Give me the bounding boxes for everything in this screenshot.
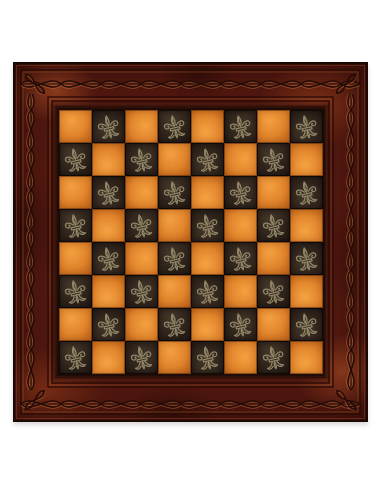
square-b6[interactable] bbox=[92, 176, 125, 209]
square-d3[interactable] bbox=[158, 275, 191, 308]
fleur-de-lis-icon bbox=[59, 275, 91, 307]
square-d6[interactable] bbox=[158, 176, 191, 209]
square-b4[interactable] bbox=[92, 242, 125, 275]
square-b1[interactable] bbox=[92, 341, 125, 374]
square-a3[interactable] bbox=[59, 275, 92, 308]
fleur-de-lis-icon bbox=[290, 110, 322, 142]
square-g5[interactable] bbox=[257, 209, 290, 242]
square-h5[interactable] bbox=[290, 209, 323, 242]
square-g4[interactable] bbox=[257, 242, 290, 275]
square-h2[interactable] bbox=[290, 308, 323, 341]
square-a2[interactable] bbox=[59, 308, 92, 341]
square-f2[interactable] bbox=[224, 308, 257, 341]
square-g3[interactable] bbox=[257, 275, 290, 308]
square-a6[interactable] bbox=[59, 176, 92, 209]
square-e6[interactable] bbox=[191, 176, 224, 209]
fleur-de-lis-icon bbox=[191, 275, 223, 307]
fleur-de-lis-icon bbox=[224, 242, 256, 274]
square-g7[interactable] bbox=[257, 143, 290, 176]
fleur-de-lis-icon bbox=[92, 176, 124, 208]
square-c8[interactable] bbox=[125, 110, 158, 143]
fleur-de-lis-icon bbox=[290, 308, 322, 340]
square-e2[interactable] bbox=[191, 308, 224, 341]
fleur-de-lis-icon bbox=[191, 341, 223, 373]
square-d1[interactable] bbox=[158, 341, 191, 374]
fleur-de-lis-icon bbox=[191, 209, 223, 241]
square-e3[interactable] bbox=[191, 275, 224, 308]
square-d7[interactable] bbox=[158, 143, 191, 176]
square-f4[interactable] bbox=[224, 242, 257, 275]
square-e4[interactable] bbox=[191, 242, 224, 275]
square-e7[interactable] bbox=[191, 143, 224, 176]
square-d8[interactable] bbox=[158, 110, 191, 143]
square-f3[interactable] bbox=[224, 275, 257, 308]
fleur-de-lis-icon bbox=[59, 143, 91, 175]
square-a5[interactable] bbox=[59, 209, 92, 242]
fleur-de-lis-icon bbox=[224, 176, 256, 208]
fleur-de-lis-icon bbox=[125, 275, 157, 307]
square-b5[interactable] bbox=[92, 209, 125, 242]
square-c5[interactable] bbox=[125, 209, 158, 242]
square-f1[interactable] bbox=[224, 341, 257, 374]
square-a1[interactable] bbox=[59, 341, 92, 374]
square-d2[interactable] bbox=[158, 308, 191, 341]
fleur-de-lis-icon bbox=[257, 341, 289, 373]
fleur-de-lis-icon bbox=[191, 143, 223, 175]
fleur-de-lis-icon bbox=[125, 341, 157, 373]
square-c1[interactable] bbox=[125, 341, 158, 374]
fleur-de-lis-icon bbox=[257, 275, 289, 307]
square-e1[interactable] bbox=[191, 341, 224, 374]
fleur-de-lis-icon bbox=[290, 242, 322, 274]
square-b8[interactable] bbox=[92, 110, 125, 143]
fleur-de-lis-icon bbox=[59, 209, 91, 241]
chessboard bbox=[13, 62, 368, 422]
square-g8[interactable] bbox=[257, 110, 290, 143]
fleur-de-lis-icon bbox=[158, 308, 190, 340]
square-a7[interactable] bbox=[59, 143, 92, 176]
square-c4[interactable] bbox=[125, 242, 158, 275]
square-b7[interactable] bbox=[92, 143, 125, 176]
square-f6[interactable] bbox=[224, 176, 257, 209]
square-g1[interactable] bbox=[257, 341, 290, 374]
square-g2[interactable] bbox=[257, 308, 290, 341]
square-a8[interactable] bbox=[59, 110, 92, 143]
square-h3[interactable] bbox=[290, 275, 323, 308]
fleur-de-lis-icon bbox=[125, 143, 157, 175]
square-h8[interactable] bbox=[290, 110, 323, 143]
square-e8[interactable] bbox=[191, 110, 224, 143]
square-d4[interactable] bbox=[158, 242, 191, 275]
square-f5[interactable] bbox=[224, 209, 257, 242]
product-photo bbox=[0, 0, 381, 492]
fleur-de-lis-icon bbox=[59, 341, 91, 373]
fleur-de-lis-icon bbox=[125, 209, 157, 241]
fleur-de-lis-icon bbox=[92, 242, 124, 274]
fleur-de-lis-icon bbox=[92, 308, 124, 340]
fleur-de-lis-icon bbox=[92, 110, 124, 142]
fleur-de-lis-icon bbox=[290, 176, 322, 208]
square-h1[interactable] bbox=[290, 341, 323, 374]
square-c6[interactable] bbox=[125, 176, 158, 209]
fleur-de-lis-icon bbox=[257, 209, 289, 241]
square-c3[interactable] bbox=[125, 275, 158, 308]
fleur-de-lis-icon bbox=[224, 110, 256, 142]
square-e5[interactable] bbox=[191, 209, 224, 242]
square-h6[interactable] bbox=[290, 176, 323, 209]
fleur-de-lis-icon bbox=[257, 143, 289, 175]
square-g6[interactable] bbox=[257, 176, 290, 209]
square-d5[interactable] bbox=[158, 209, 191, 242]
square-c2[interactable] bbox=[125, 308, 158, 341]
square-f8[interactable] bbox=[224, 110, 257, 143]
square-h4[interactable] bbox=[290, 242, 323, 275]
square-b3[interactable] bbox=[92, 275, 125, 308]
fleur-de-lis-icon bbox=[158, 176, 190, 208]
fleur-de-lis-icon bbox=[224, 308, 256, 340]
fleur-de-lis-icon bbox=[158, 242, 190, 274]
square-b2[interactable] bbox=[92, 308, 125, 341]
fleur-de-lis-icon bbox=[158, 110, 190, 142]
square-f7[interactable] bbox=[224, 143, 257, 176]
square-a4[interactable] bbox=[59, 242, 92, 275]
chess-board-grid bbox=[59, 110, 323, 374]
square-c7[interactable] bbox=[125, 143, 158, 176]
square-h7[interactable] bbox=[290, 143, 323, 176]
